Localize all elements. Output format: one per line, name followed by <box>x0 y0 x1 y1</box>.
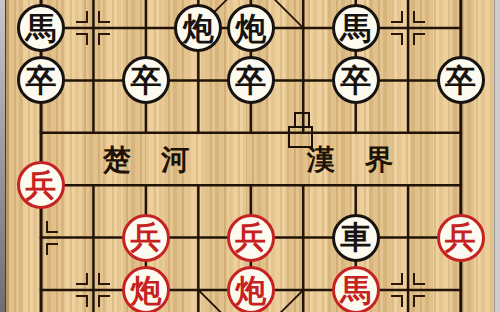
point-marker-corner <box>413 273 425 285</box>
piece-black-soldier[interactable]: 卒 <box>122 56 170 104</box>
point-marker-corner <box>391 33 403 45</box>
board-left-shadow <box>6 0 9 312</box>
right-window-edge <box>494 0 500 312</box>
piece-red-soldier[interactable]: 兵 <box>122 214 170 262</box>
piece-red-soldier[interactable]: 兵 <box>437 214 485 262</box>
piece-black-cannon[interactable]: 炮 <box>227 4 275 52</box>
point-marker-corner <box>46 221 58 233</box>
piece-black-soldier[interactable]: 卒 <box>227 56 275 104</box>
piece-black-cannon[interactable]: 炮 <box>174 4 222 52</box>
point-marker-corner <box>98 11 110 23</box>
point-marker-corner <box>413 295 425 307</box>
point-marker-corner <box>76 273 88 285</box>
piece-black-horse[interactable]: 馬 <box>332 4 380 52</box>
point-marker-corner <box>413 33 425 45</box>
xiangqi-board: 楚 河 漢 界 馬炮炮馬卒卒卒卒卒車兵兵兵兵炮炮馬 <box>0 0 500 312</box>
point-marker-corner <box>391 273 403 285</box>
piece-black-chariot[interactable]: 車 <box>332 214 380 262</box>
piece-red-cannon[interactable]: 炮 <box>122 266 170 312</box>
point-marker-corner <box>98 295 110 307</box>
piece-black-soldier[interactable]: 卒 <box>437 56 485 104</box>
point-marker-corner <box>98 273 110 285</box>
left-window-edge <box>0 0 6 312</box>
river-label-han-jie: 漢 界 <box>307 145 393 175</box>
river-label-chu-he: 楚 河 <box>103 145 189 175</box>
point-marker-corner <box>46 243 58 255</box>
point-marker-corner <box>76 33 88 45</box>
piece-red-horse[interactable]: 馬 <box>332 266 380 312</box>
point-marker-corner <box>76 11 88 23</box>
piece-black-soldier[interactable]: 卒 <box>332 56 380 104</box>
move-marker-large-square <box>288 126 313 148</box>
piece-red-cannon[interactable]: 炮 <box>227 266 275 312</box>
piece-black-horse[interactable]: 馬 <box>17 4 65 52</box>
piece-red-soldier[interactable]: 兵 <box>17 161 65 209</box>
point-marker-corner <box>76 295 88 307</box>
point-marker-corner <box>391 11 403 23</box>
point-marker-corner <box>98 33 110 45</box>
point-marker-corner <box>391 295 403 307</box>
piece-red-soldier[interactable]: 兵 <box>227 214 275 262</box>
point-marker-corner <box>413 11 425 23</box>
